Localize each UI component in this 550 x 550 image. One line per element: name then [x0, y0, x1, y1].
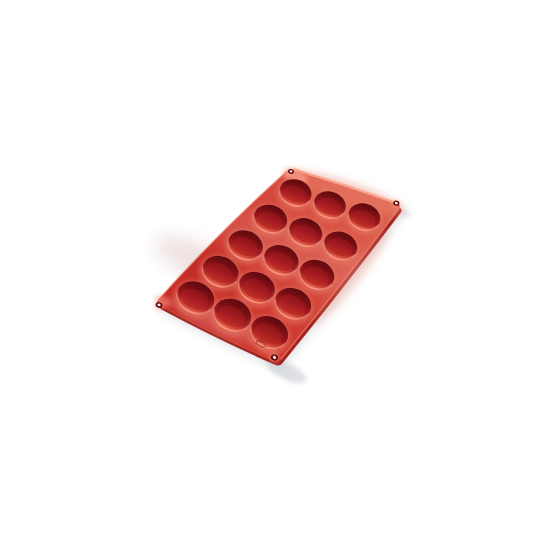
mold-illustration: [0, 0, 550, 550]
product-photo: [0, 0, 550, 550]
mold-root: [148, 163, 414, 387]
